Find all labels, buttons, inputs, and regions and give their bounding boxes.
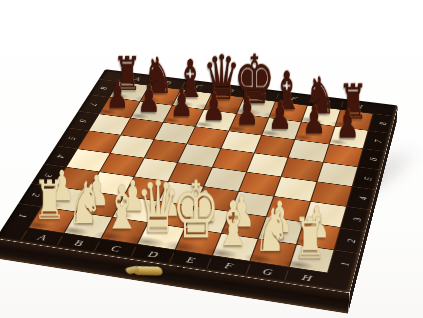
chess-board: ABCDEFGH 87654321 87654321 ABCDEFGH ♜♞♝♛…: [0, 69, 397, 293]
piece-white-bishop[interactable]: ♝: [103, 178, 140, 238]
chess-set-photo: ABCDEFGH 87654321 87654321 ABCDEFGH ♜♞♝♛…: [0, 0, 423, 318]
piece-white-king[interactable]: ♚: [171, 171, 219, 250]
piece-white-rook[interactable]: ♜: [293, 211, 327, 267]
piece-white-bishop[interactable]: ♝: [214, 194, 251, 256]
latch-knob-icon: [174, 262, 182, 269]
piece-white-rook[interactable]: ♜: [32, 174, 65, 227]
piece-white-knight[interactable]: ♞: [253, 201, 289, 261]
brass-clasp-icon: [131, 266, 162, 276]
piece-white-knight[interactable]: ♞: [67, 175, 102, 233]
scene: ABCDEFGH 87654321 87654321 ABCDEFGH ♜♞♝♛…: [0, 0, 423, 318]
